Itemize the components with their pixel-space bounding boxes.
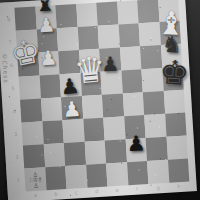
rank-label-6: 6 [10,63,13,68]
square-a8 [14,7,36,31]
square-h4 [163,90,185,114]
square-c2 [64,142,86,166]
dust-speck [10,7,11,8]
rank-label-7: 7 [8,40,11,45]
square-e5 [100,70,122,94]
square-d6 [79,49,101,73]
square-g1 [147,160,169,184]
square-e6: ♟ [99,48,121,72]
square-d5: ♛ [80,72,102,96]
square-c8 [55,4,77,28]
piece-black-bishop-b8: ♝ [33,0,56,16]
dust-speck [9,96,10,97]
square-g6 [140,45,162,69]
square-e3 [103,116,125,140]
square-a2 [23,144,45,168]
file-label-b: b [54,192,57,197]
square-b6: ♟ [38,51,60,75]
file-label-d: d [95,189,98,194]
square-f8 [117,0,139,24]
photo-root: ©Chess ♝♟♝♚♟♟♞♛♚♟♟♟♙♘♔♗♙ 87654321 abcdef… [0,0,200,200]
square-h3 [165,113,187,137]
square-b8: ♝ [35,5,57,29]
square-f2: ♟ [125,138,147,162]
board-grid: ♝♟♝♚♟♟♞♛♚♟♟♟♙♘♔♗♙ [14,0,189,192]
square-b2 [43,143,65,167]
square-a3 [21,121,43,145]
square-b7: ♟ [36,28,58,52]
square-g4 [143,91,165,115]
square-a6: ♚ [17,53,39,77]
file-label-f: f [136,187,138,192]
square-d8 [76,3,98,27]
rank-label-8: 8 [7,17,10,22]
frame-brand-text: ©Chess [1,52,10,83]
square-c3: ♟ [62,119,84,143]
square-g8 [137,0,159,23]
file-label-c: c [75,190,78,195]
square-a5 [19,75,41,99]
square-b4 [40,97,62,121]
rank-label-2: 2 [15,155,18,160]
dust-speck [10,55,11,56]
file-label-a: a [34,193,37,198]
square-e8 [96,2,118,26]
square-g7 [139,22,161,46]
square-h1 [167,159,189,183]
square-c7 [57,27,79,51]
square-f3 [124,115,146,139]
square-c1 [65,165,87,189]
dust-speck [70,195,71,196]
square-a7 [16,30,38,54]
dust-speck [190,154,191,155]
rank-label-3: 3 [14,132,17,137]
rank-label-1: 1 [17,178,20,183]
square-h8 [158,0,180,22]
square-e2 [105,139,127,163]
square-g2 [146,137,168,161]
square-b3 [42,120,64,144]
square-e1 [106,162,128,186]
board-emblem: ♙♘♔♗♙ [28,171,42,188]
file-label-e: e [116,188,119,193]
square-d2 [84,141,106,165]
square-h7: ♝ [159,21,181,45]
square-d1 [86,164,108,188]
square-c6 [58,50,80,74]
square-a4 [20,98,42,122]
square-e4 [102,93,124,117]
square-f1 [127,161,149,185]
dust-speck [4,117,5,118]
square-h6: ♞ [160,44,182,68]
square-c4: ♟ [61,96,83,120]
square-e7 [98,25,120,49]
square-d4 [81,95,103,119]
square-b1 [45,166,67,190]
square-g5 [141,68,163,92]
file-label-g: g [157,185,160,190]
square-g3 [144,114,166,138]
square-f5 [121,69,143,93]
rank-label-5: 5 [11,86,14,91]
dust-speck [10,80,11,81]
square-f6 [120,46,142,70]
square-c5 [60,73,82,97]
square-f7 [118,23,140,47]
square-h2 [166,136,188,160]
square-d7 [77,26,99,50]
file-label-h: h [177,184,180,189]
square-h5: ♚ [162,67,184,91]
square-a1: ♙♘♔♗♙ [24,167,46,191]
square-d3 [83,118,105,142]
dust-speck [151,184,152,185]
dust-speck [14,164,15,165]
chess-board: ©Chess ♝♟♝♚♟♟♞♛♚♟♟♟♙♘♔♗♙ 87654321 abcdef… [0,0,197,200]
square-b5 [39,74,61,98]
square-f4 [122,92,144,116]
rank-label-4: 4 [13,109,16,114]
